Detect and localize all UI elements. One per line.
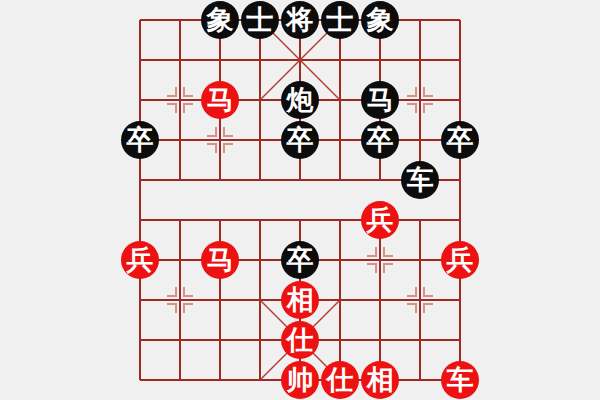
piece-red-soldier[interactable]: 兵 <box>441 241 479 279</box>
xiangqi-board-screen: 象士将士象马炮马卒卒卒卒车兵兵马卒兵相仕帅仕相车 <box>0 0 600 400</box>
piece-red-elephant[interactable]: 相 <box>361 361 399 399</box>
piece-red-horse[interactable]: 马 <box>201 81 239 119</box>
piece-black-horse[interactable]: 马 <box>361 81 399 119</box>
piece-red-advisor[interactable]: 仕 <box>321 361 359 399</box>
piece-black-advisor[interactable]: 士 <box>241 1 279 39</box>
piece-black-elephant[interactable]: 象 <box>201 1 239 39</box>
piece-black-general[interactable]: 将 <box>281 1 319 39</box>
piece-black-soldier[interactable]: 卒 <box>121 121 159 159</box>
piece-red-chariot[interactable]: 车 <box>441 361 479 399</box>
piece-red-general[interactable]: 帅 <box>281 361 319 399</box>
piece-black-soldier[interactable]: 卒 <box>281 121 319 159</box>
piece-black-advisor[interactable]: 士 <box>321 1 359 39</box>
piece-red-soldier[interactable]: 兵 <box>361 201 399 239</box>
piece-black-cannon[interactable]: 炮 <box>281 81 319 119</box>
piece-black-chariot[interactable]: 车 <box>401 161 439 199</box>
piece-black-soldier[interactable]: 卒 <box>361 121 399 159</box>
piece-black-elephant[interactable]: 象 <box>361 1 399 39</box>
piece-black-soldier[interactable]: 卒 <box>441 121 479 159</box>
piece-red-elephant[interactable]: 相 <box>281 281 319 319</box>
piece-red-soldier[interactable]: 兵 <box>121 241 159 279</box>
piece-black-soldier[interactable]: 卒 <box>281 241 319 279</box>
piece-red-horse[interactable]: 马 <box>201 241 239 279</box>
piece-red-advisor[interactable]: 仕 <box>281 321 319 359</box>
